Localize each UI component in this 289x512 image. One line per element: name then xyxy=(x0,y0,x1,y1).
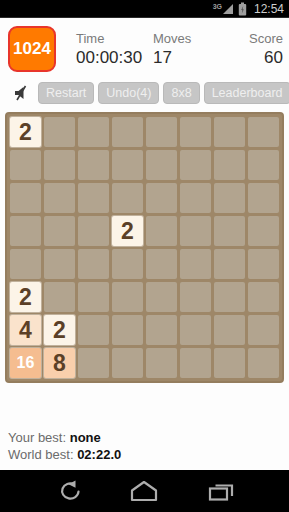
tile-2: 2 xyxy=(112,216,143,246)
stat-time: Time 00:00:30 xyxy=(76,31,153,68)
world-best-row: World best: 02:22.0 xyxy=(8,446,289,463)
tile-2: 2 xyxy=(10,117,41,147)
your-best-value: none xyxy=(70,430,101,445)
empty-cell xyxy=(112,348,143,378)
empty-cell xyxy=(146,117,177,147)
app-header: 1024 Time 00:00:30 Moves 17 Score 60 xyxy=(0,18,289,80)
empty-cell xyxy=(78,249,109,279)
empty-cell xyxy=(78,183,109,213)
recents-icon[interactable] xyxy=(206,480,236,502)
empty-cell xyxy=(146,216,177,246)
score-label: Score xyxy=(249,31,283,46)
empty-cell xyxy=(78,117,109,147)
empty-cell xyxy=(214,216,245,246)
restart-button[interactable]: Restart xyxy=(38,82,94,104)
stats-row: Time 00:00:30 Moves 17 Score 60 xyxy=(76,31,283,68)
world-best-label: World best: xyxy=(8,446,74,463)
phone-screen: 3G 12:54 1024 Time 00:00:30 Moves 17 Sco… xyxy=(0,0,289,512)
board-size-button[interactable]: 8x8 xyxy=(163,82,199,104)
status-clock: 12:54 xyxy=(254,2,284,16)
empty-cell xyxy=(248,150,279,180)
empty-cell xyxy=(180,216,211,246)
empty-cell xyxy=(44,183,75,213)
empty-cell xyxy=(180,183,211,213)
score-value: 60 xyxy=(249,48,283,68)
empty-cell xyxy=(248,315,279,345)
toolbar: Restart Undo(4) 8x8 Leaderboard xyxy=(0,80,289,106)
empty-cell xyxy=(112,249,143,279)
undo-button[interactable]: Undo(4) xyxy=(98,82,159,104)
empty-cell xyxy=(146,249,177,279)
empty-cell xyxy=(248,216,279,246)
leaderboard-button[interactable]: Leaderboard xyxy=(204,82,289,104)
empty-cell xyxy=(44,282,75,312)
empty-cell xyxy=(214,315,245,345)
stat-score: Score 60 xyxy=(249,31,283,68)
tile-4: 4 xyxy=(10,315,41,345)
status-bar: 3G 12:54 xyxy=(0,0,289,18)
empty-cell xyxy=(112,183,143,213)
battery-icon xyxy=(238,2,247,16)
empty-cell xyxy=(248,282,279,312)
world-best-value: 02:22.0 xyxy=(77,447,121,462)
empty-cell xyxy=(146,348,177,378)
empty-cell xyxy=(10,150,41,180)
empty-cell xyxy=(44,117,75,147)
best-times: Your best: none World best: 02:22.0 xyxy=(8,429,289,463)
mute-icon[interactable] xyxy=(12,84,30,102)
tile-8: 8 xyxy=(44,348,75,378)
empty-cell xyxy=(214,282,245,312)
network-type-label: 3G xyxy=(213,3,222,10)
empty-cell xyxy=(146,150,177,180)
empty-cell xyxy=(180,117,211,147)
empty-cell xyxy=(78,282,109,312)
empty-cell xyxy=(10,183,41,213)
moves-value: 17 xyxy=(153,48,249,68)
time-label: Time xyxy=(76,31,153,46)
your-best-label: Your best: xyxy=(8,429,66,446)
empty-cell xyxy=(214,183,245,213)
empty-cell xyxy=(78,150,109,180)
empty-cell xyxy=(214,249,245,279)
empty-cell xyxy=(112,117,143,147)
empty-cell xyxy=(180,315,211,345)
time-value: 00:00:30 xyxy=(76,48,153,68)
empty-cell xyxy=(78,348,109,378)
tile-16: 16 xyxy=(10,348,41,378)
app-logo: 1024 xyxy=(8,26,56,72)
empty-cell xyxy=(180,282,211,312)
stat-moves: Moves 17 xyxy=(153,31,249,68)
empty-cell xyxy=(180,249,211,279)
empty-cell xyxy=(146,183,177,213)
empty-cell xyxy=(146,315,177,345)
empty-cell xyxy=(78,315,109,345)
android-nav-bar xyxy=(0,470,289,512)
your-best-row: Your best: none xyxy=(8,429,289,446)
empty-cell xyxy=(112,315,143,345)
empty-cell xyxy=(248,249,279,279)
tile-2: 2 xyxy=(10,282,41,312)
empty-cell xyxy=(248,348,279,378)
empty-cell xyxy=(248,183,279,213)
signal-3g-icon: 3G xyxy=(213,2,234,15)
empty-cell xyxy=(180,348,211,378)
empty-cell xyxy=(214,117,245,147)
empty-cell xyxy=(248,117,279,147)
empty-cell xyxy=(10,216,41,246)
empty-cell xyxy=(180,150,211,180)
empty-cell xyxy=(214,150,245,180)
tile-2: 2 xyxy=(44,315,75,345)
empty-cell xyxy=(44,216,75,246)
empty-cell xyxy=(146,282,177,312)
empty-cell xyxy=(112,150,143,180)
back-icon[interactable] xyxy=(53,480,83,502)
empty-cell xyxy=(44,150,75,180)
empty-cell xyxy=(10,249,41,279)
empty-cell xyxy=(112,282,143,312)
empty-cell xyxy=(44,249,75,279)
empty-cell xyxy=(78,216,109,246)
board[interactable]: 22242168 xyxy=(5,112,284,383)
moves-label: Moves xyxy=(153,31,249,46)
signal-triangle-icon xyxy=(222,2,234,15)
empty-cell xyxy=(214,348,245,378)
home-icon[interactable] xyxy=(129,480,159,502)
